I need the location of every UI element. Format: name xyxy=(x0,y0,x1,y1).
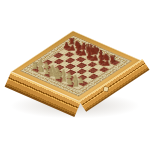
square-h7[interactable]: ♟ xyxy=(104,63,114,69)
piece-red-pawn: ♟ xyxy=(97,60,116,68)
board-grid: ♜♞♝♛♚♝♞♜♟♟♟♟♟♟♟♟♟♟♟♟♟♟♟♟♜♞♝♛♚♝♞♜ xyxy=(32,42,119,90)
square-h1[interactable]: ♜ xyxy=(72,84,82,90)
square-h5[interactable] xyxy=(93,70,103,76)
diamond-inlay xyxy=(103,87,108,92)
chess-set-photo: ♜♞♝♛♚♝♞♜♟♟♟♟♟♟♟♟♟♟♟♟♟♟♟♟♜♞♝♛♚♝♞♜ xyxy=(0,0,150,150)
piece-white-rook: ♜ xyxy=(65,80,84,89)
